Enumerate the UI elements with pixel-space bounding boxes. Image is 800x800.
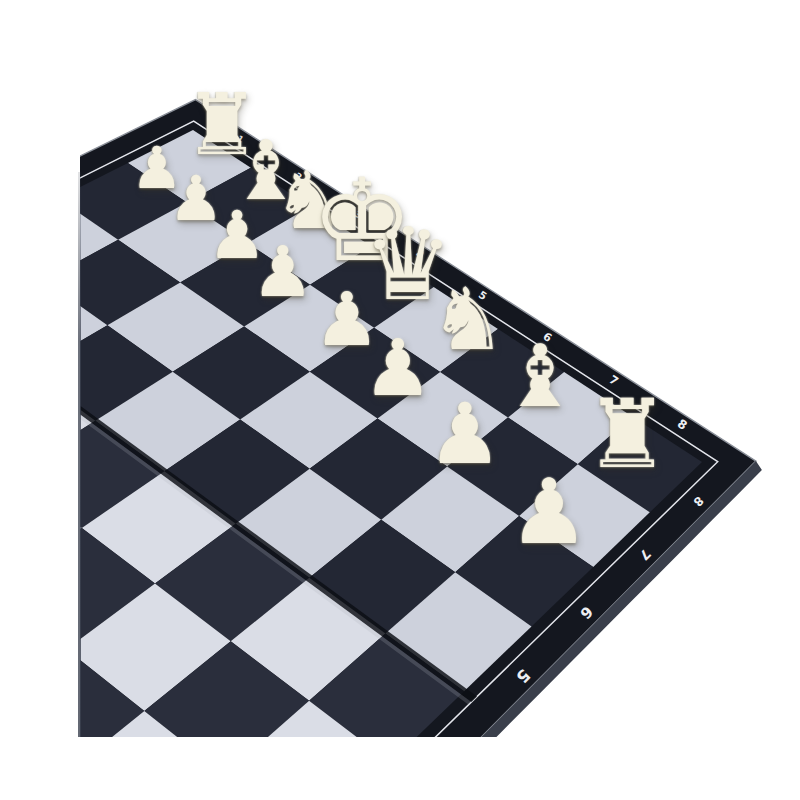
chess-board: 1234567887654321: [0, 0, 800, 800]
photo-crop-bottom: [0, 737, 800, 800]
photo-crop-left: [0, 0, 80, 800]
board-left-edge-line: [78, 172, 81, 737]
chess-set-product-photo: 1234567887654321 ♜♟♝♟♞♟♚♟♛♟♞♟♝♟♜♟: [0, 0, 800, 800]
